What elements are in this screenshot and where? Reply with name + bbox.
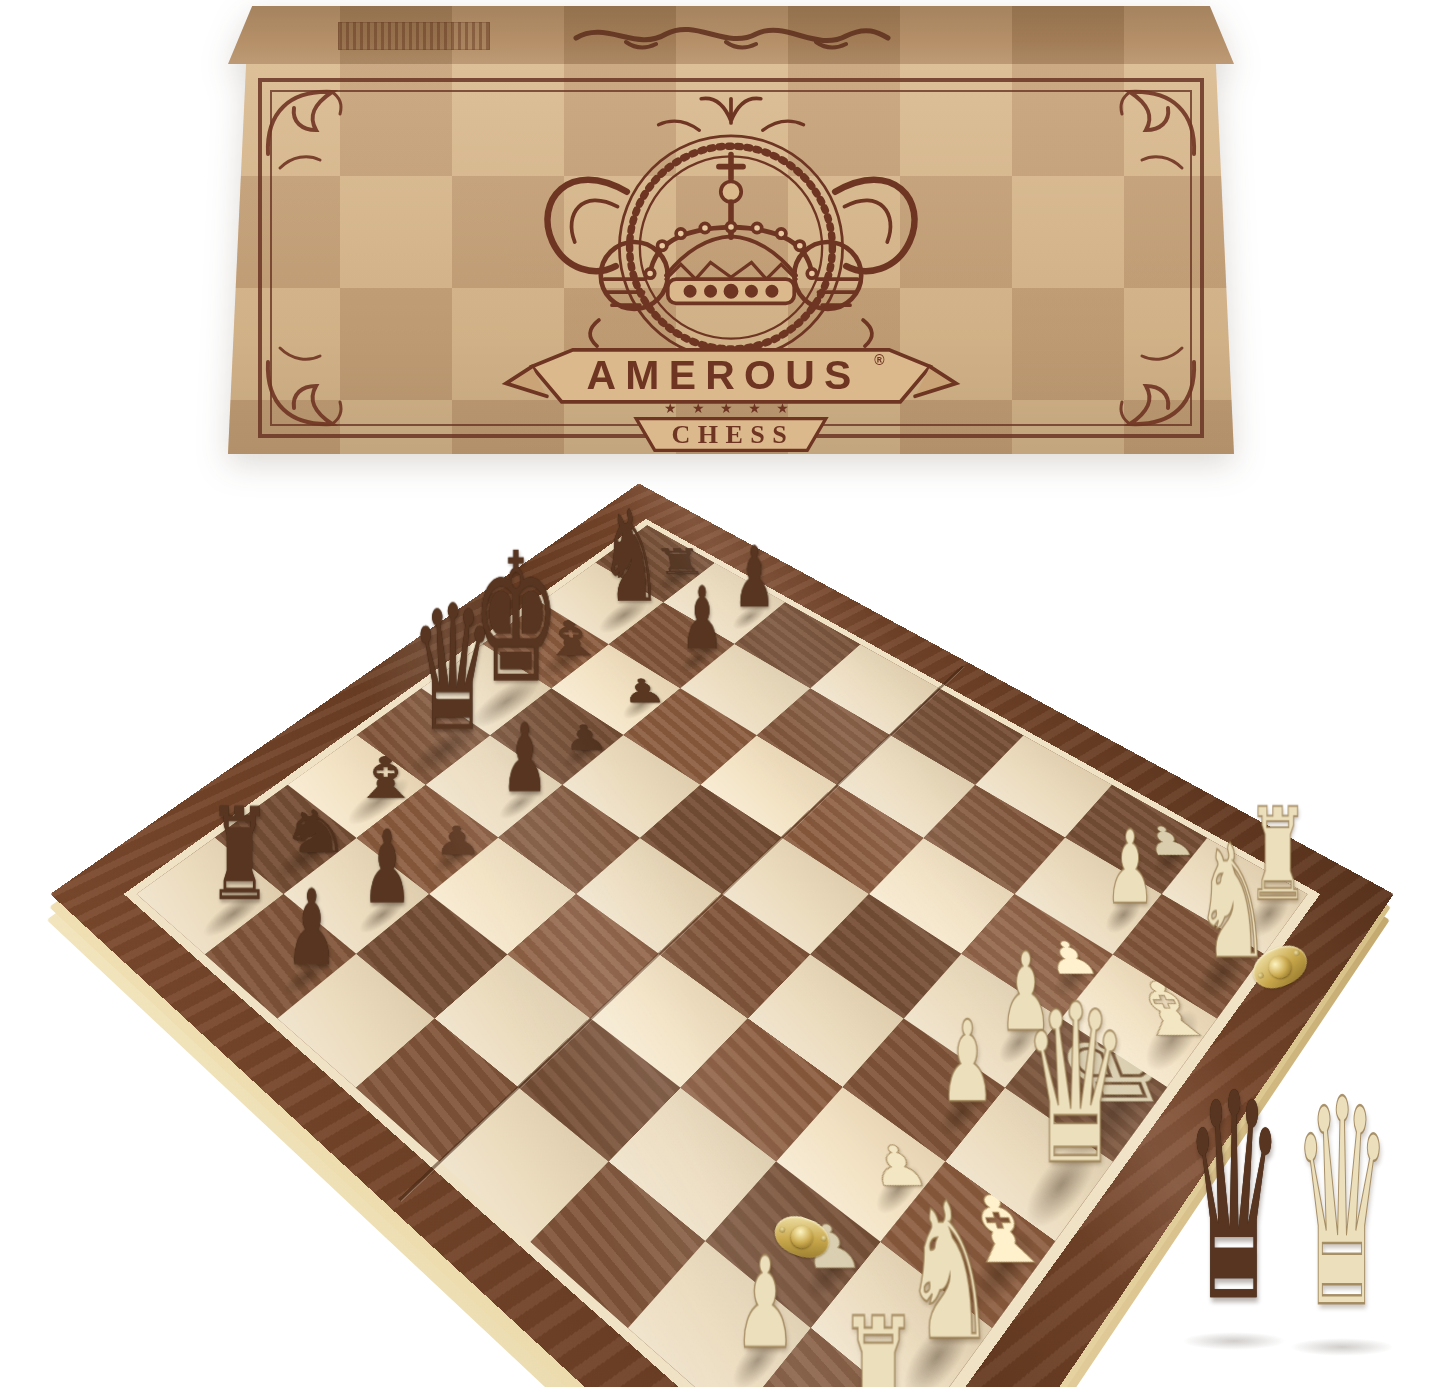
box-front: AMEROUS ® ★ ★ ★ ★ ★ CHESS xyxy=(228,64,1234,454)
square-a8[interactable]: ♜ xyxy=(137,837,283,953)
spare-queen-light-glyph: ♛ xyxy=(1293,1063,1392,1348)
box: AMEROUS ® ★ ★ ★ ★ ★ CHESS xyxy=(228,6,1234,454)
piece-black-pawn[interactable]: ♟ xyxy=(734,535,776,620)
piece-black-pawn[interactable]: ♟ xyxy=(501,711,548,806)
square-a2[interactable]: ♟ xyxy=(628,1241,810,1387)
box-lid-print-label xyxy=(338,22,490,50)
piece-black-knight[interactable]: ♞ xyxy=(599,492,662,619)
piece-black-pawn[interactable]: ♟ xyxy=(619,674,669,707)
brand-text: AMEROUS xyxy=(586,352,860,398)
box-lid-ornament-icon xyxy=(566,12,896,58)
piece-white-queen[interactable]: ♛ xyxy=(1022,974,1130,1194)
product-photo: AMEROUS ® ★ ★ ★ ★ ★ CHESS ♜♞♝♛♚♝♞♜♟♟♟♟♟♟… xyxy=(0,0,1444,1387)
corner-flourish-icon xyxy=(262,84,358,180)
corner-flourish-icon xyxy=(1104,84,1200,180)
piece-white-pawn[interactable]: ♟ xyxy=(1104,817,1154,918)
piece-black-pawn[interactable]: ♟ xyxy=(432,821,482,861)
piece-black-pawn[interactable]: ♟ xyxy=(286,875,338,980)
piece-black-pawn[interactable]: ♟ xyxy=(681,575,724,662)
registered-mark: ® xyxy=(874,352,885,368)
crown-icon xyxy=(645,155,816,304)
piece-black-rook[interactable]: ♜ xyxy=(207,791,270,919)
spare-queen-dark-glyph: ♛ xyxy=(1185,1057,1284,1342)
spare-queen-light: ♛ xyxy=(1272,1078,1412,1358)
piece-black-pawn[interactable]: ♟ xyxy=(362,817,412,918)
crown-emblem-icon: AMEROUS ® ★ ★ ★ ★ ★ CHESS xyxy=(461,82,1001,454)
piece-white-pawn[interactable]: ♟ xyxy=(733,1239,795,1366)
piece-white-pawn[interactable]: ♟ xyxy=(939,1005,995,1118)
box-lid-top xyxy=(228,6,1234,64)
piece-black-queen[interactable]: ♛ xyxy=(410,582,496,755)
piece-white-rook[interactable]: ♜ xyxy=(837,1297,919,1387)
